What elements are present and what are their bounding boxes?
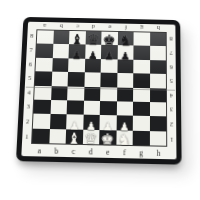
piece-bP: ♟ [72,50,82,61]
rank-label-left-5: 5 [28,75,31,81]
file-label-top-e: e [109,24,112,30]
square-b7 [52,44,69,58]
square-h2 [149,116,166,131]
square-d8: ♛ [85,31,101,45]
file-label-top-f: f [125,25,127,31]
rank-label-right-2: 2 [170,122,173,128]
square-e2: ♟ [99,115,116,130]
square-g3 [133,102,150,117]
square-b2 [49,114,66,129]
file-label-top-h: h [157,25,160,31]
square-c1: ♝ [66,129,83,144]
rank-label-left-3: 3 [27,104,30,110]
square-b6 [52,58,69,72]
rank-label-right-5: 5 [170,78,173,84]
square-c3 [67,100,84,115]
square-b8 [53,31,70,45]
square-g5 [133,73,149,87]
chess-board: abcdefgh abcdefgh 87654321 87654321 ♝♛♚♞… [16,17,182,165]
square-f3 [116,101,133,116]
square-a2 [33,114,50,129]
square-f5 [117,73,134,87]
square-g1 [133,130,150,145]
file-label-bottom-a: a [37,146,41,155]
square-b1 [49,129,66,144]
square-c5 [68,72,85,86]
square-b5 [51,72,68,86]
piece-wN: ♞ [117,132,131,147]
piece-wK: ♚ [101,132,115,147]
board-margin: abcdefgh abcdefgh 87654321 87654321 ♝♛♚♞… [21,22,176,160]
square-g6 [133,60,149,74]
square-h8 [150,33,166,47]
rank-label-right-7: 7 [170,50,173,56]
square-e8: ♚ [101,32,117,46]
product-photo: abcdefgh abcdefgh 87654321 87654321 ♝♛♚♞… [0,0,200,200]
square-a7 [36,44,53,58]
square-a6 [35,58,52,72]
square-g2 [133,116,150,131]
square-a1 [32,128,49,143]
square-c2: ♟ [66,115,83,130]
square-b3 [50,100,67,115]
square-h7 [150,46,166,60]
square-g7 [133,46,149,60]
file-label-bottom-g: g [139,148,143,157]
file-label-top-a: a [43,23,46,29]
square-f1: ♞ [116,130,133,145]
square-h6 [150,60,166,74]
square-a5 [35,71,52,85]
square-a8 [37,30,54,44]
square-d2: ♟ [83,115,100,130]
square-e3 [100,101,117,116]
piece-bP: ♟ [104,50,114,61]
piece-wQ: ♛ [84,132,98,147]
square-d1: ♛ [82,129,99,144]
piece-bP: ♟ [120,51,130,62]
piece-bQ: ♛ [87,34,100,47]
square-f8: ♞ [117,32,133,46]
file-label-top-b: b [59,23,62,29]
square-g8 [133,32,149,46]
piece-bK: ♚ [103,34,116,47]
file-label-top-g: g [140,25,143,31]
rank-label-left-4: 4 [27,89,30,95]
file-label-top-c: c [76,24,79,30]
rank-label-right-6: 6 [170,64,173,70]
rank-label-left-1: 1 [25,133,28,139]
rank-label-right-3: 3 [170,107,173,113]
rank-label-left-7: 7 [29,47,32,53]
file-label-top-d: d [92,24,95,30]
piece-wB: ♝ [67,131,81,146]
square-h3 [149,102,166,117]
square-a3 [33,100,50,115]
square-f2: ♟ [116,116,133,131]
piece-bP: ♟ [88,50,98,61]
file-label-bottom-h: h [157,148,161,157]
square-e5 [100,73,117,87]
file-labels-bottom: abcdefgh [31,144,168,159]
piece-bN: ♞ [119,34,132,48]
file-label-bottom-b: b [54,146,58,155]
rank-label-left-8: 8 [30,33,33,39]
square-d5 [84,72,101,86]
rank-label-left-6: 6 [29,61,32,67]
rank-label-right-1: 1 [170,136,173,142]
piece-bB: ♝ [70,33,84,46]
rank-label-right-8: 8 [170,36,173,42]
square-d3 [83,101,100,116]
square-h1 [149,131,166,146]
square-e1: ♚ [99,130,116,145]
rank-label-left-2: 2 [26,119,29,125]
square-h5 [150,74,166,88]
rank-label-right-4: 4 [170,92,173,98]
square-c8: ♝ [69,31,85,45]
